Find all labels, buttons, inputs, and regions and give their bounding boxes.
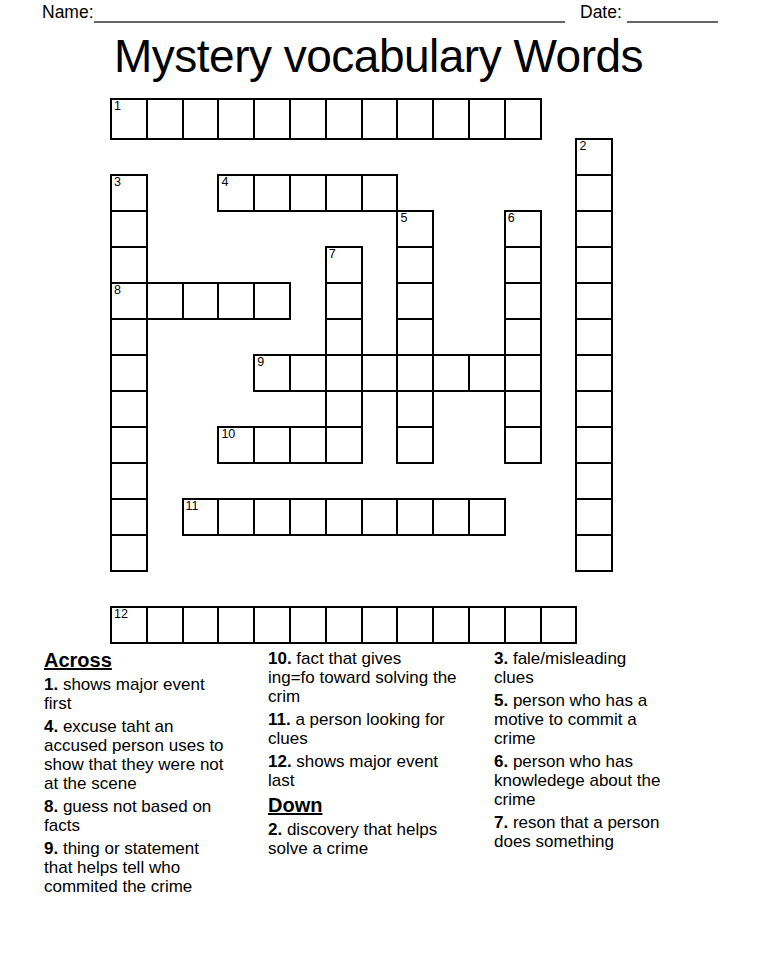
grid-cell-r5c8[interactable] xyxy=(396,282,434,320)
grid-cell-r14c7[interactable] xyxy=(361,606,399,644)
clue-4: 4. excuse taht an accused person uses to… xyxy=(44,717,270,793)
clue-number-10: 10 xyxy=(221,427,235,441)
grid-cell-r5c3[interactable] xyxy=(217,282,255,320)
grid-cell-r5c0[interactable]: 8 xyxy=(110,282,148,320)
grid-cell-r2c13[interactable] xyxy=(575,174,613,212)
grid-cell-r14c12[interactable] xyxy=(540,606,578,644)
grid-cell-r0c8[interactable] xyxy=(396,98,434,140)
grid-cell-r0c9[interactable] xyxy=(432,98,470,140)
clue-7-number: 7. xyxy=(494,813,508,832)
grid-cell-r7c11[interactable] xyxy=(504,354,542,392)
grid-cell-r3c11[interactable]: 6 xyxy=(504,210,542,248)
grid-cell-r14c1[interactable] xyxy=(146,606,184,644)
grid-cell-r7c13[interactable] xyxy=(575,354,613,392)
grid-cell-r6c6[interactable] xyxy=(325,318,363,356)
clue-10-number: 10. xyxy=(268,649,292,668)
grid-cell-r11c9[interactable] xyxy=(432,498,470,536)
clue-11-number: 11. xyxy=(268,710,291,729)
grid-cell-r3c13[interactable] xyxy=(575,210,613,248)
grid-cell-r9c3[interactable]: 10 xyxy=(217,426,255,464)
grid-cell-r9c0[interactable] xyxy=(110,426,148,464)
grid-cell-r0c5[interactable] xyxy=(289,98,327,140)
grid-cell-r4c11[interactable] xyxy=(504,246,542,284)
grid-cell-r11c2[interactable]: 11 xyxy=(182,498,220,536)
clue-number-7: 7 xyxy=(329,247,336,261)
clue-column-3: 3. fale/misleading clues5. person who ha… xyxy=(494,649,720,855)
grid-cell-r11c0[interactable] xyxy=(110,498,148,536)
grid-cell-r5c1[interactable] xyxy=(146,282,184,320)
grid-cell-r5c11[interactable] xyxy=(504,282,542,320)
grid-cell-r11c13[interactable] xyxy=(575,498,613,536)
clue-7: 7. reson that a person does something xyxy=(494,813,720,851)
grid-cell-r11c3[interactable] xyxy=(217,498,255,536)
grid-cell-r3c0[interactable] xyxy=(110,210,148,248)
grid-cell-r14c8[interactable] xyxy=(396,606,434,644)
grid-cell-r8c0[interactable] xyxy=(110,390,148,428)
clue-number-8: 8 xyxy=(114,283,121,297)
grid-cell-r14c11[interactable] xyxy=(504,606,542,644)
grid-cell-r0c2[interactable] xyxy=(182,98,220,140)
grid-cell-r0c1[interactable] xyxy=(146,98,184,140)
grid-cell-r0c4[interactable] xyxy=(253,98,291,140)
grid-cell-r14c3[interactable] xyxy=(217,606,255,644)
grid-cell-r2c7[interactable] xyxy=(361,174,399,212)
grid-cell-r12c0[interactable] xyxy=(110,534,148,572)
grid-cell-r7c8[interactable] xyxy=(396,354,434,392)
grid-cell-r9c13[interactable] xyxy=(575,426,613,464)
clue-column-1: Across1. shows major event first4. excus… xyxy=(44,649,270,900)
grid-cell-r0c0[interactable]: 1 xyxy=(110,98,148,140)
grid-cell-r0c11[interactable] xyxy=(504,98,542,140)
clue-5: 5. person who has a motive to commit a c… xyxy=(494,691,720,748)
grid-cell-r8c8[interactable] xyxy=(396,390,434,428)
grid-cell-r11c4[interactable] xyxy=(253,498,291,536)
grid-cell-r6c0[interactable] xyxy=(110,318,148,356)
grid-cell-r14c2[interactable] xyxy=(182,606,220,644)
clue-number-11: 11 xyxy=(186,499,199,513)
grid-cell-r0c6[interactable] xyxy=(325,98,363,140)
grid-cell-r7c9[interactable] xyxy=(432,354,470,392)
clue-9-number: 9. xyxy=(44,839,58,858)
grid-cell-r7c5[interactable] xyxy=(289,354,327,392)
grid-cell-r9c11[interactable] xyxy=(504,426,542,464)
grid-cell-r9c4[interactable] xyxy=(253,426,291,464)
grid-cell-r5c2[interactable] xyxy=(182,282,220,320)
clue-number-12: 12 xyxy=(114,607,128,621)
clue-11: 11. a person looking for clues xyxy=(268,710,494,748)
clues-heading-across: Across xyxy=(44,649,270,671)
clue-1: 1. shows major event first xyxy=(44,675,270,713)
grid-cell-r6c11[interactable] xyxy=(504,318,542,356)
grid-cell-r9c8[interactable] xyxy=(396,426,434,464)
grid-cell-r2c5[interactable] xyxy=(289,174,327,212)
clue-number-9: 9 xyxy=(257,355,264,369)
clue-12: 12. shows major event last xyxy=(268,752,494,790)
grid-cell-r2c4[interactable] xyxy=(253,174,291,212)
grid-cell-r11c7[interactable] xyxy=(361,498,399,536)
grid-cell-r11c10[interactable] xyxy=(468,498,506,536)
clue-5-number: 5. xyxy=(494,691,508,710)
clue-number-5: 5 xyxy=(400,211,407,225)
grid-cell-r2c3[interactable]: 4 xyxy=(217,174,255,212)
grid-cell-r5c4[interactable] xyxy=(253,282,291,320)
clue-number-3: 3 xyxy=(114,175,121,189)
clue-9: 9. thing or statement that helps tell wh… xyxy=(44,839,270,896)
grid-cell-r9c6[interactable] xyxy=(325,426,363,464)
clue-3-number: 3. xyxy=(494,649,508,668)
clue-6-number: 6. xyxy=(494,752,508,771)
grid-cell-r14c9[interactable] xyxy=(432,606,470,644)
grid-cell-r2c6[interactable] xyxy=(325,174,363,212)
grid-cell-r7c0[interactable] xyxy=(110,354,148,392)
grid-cell-r3c8[interactable]: 5 xyxy=(396,210,434,248)
grid-cell-r11c5[interactable] xyxy=(289,498,327,536)
clue-column-2: 10. fact that gives ing=fo toward solvin… xyxy=(268,649,494,862)
grid-cell-r6c13[interactable] xyxy=(575,318,613,356)
grid-cell-r0c10[interactable] xyxy=(468,98,506,140)
grid-cell-r7c4[interactable]: 9 xyxy=(253,354,291,392)
grid-cell-r14c4[interactable] xyxy=(253,606,291,644)
clue-6: 6. person who has knowledege about the c… xyxy=(494,752,720,809)
clue-12-number: 12. xyxy=(268,752,292,771)
clue-number-2: 2 xyxy=(579,139,586,153)
grid-cell-r1c13[interactable]: 2 xyxy=(575,138,613,176)
clue-number-6: 6 xyxy=(508,211,515,225)
grid-cell-r0c7[interactable] xyxy=(361,98,399,140)
grid-cell-r4c6[interactable]: 7 xyxy=(325,246,363,284)
grid-cell-r14c10[interactable] xyxy=(468,606,506,644)
grid-cell-r7c10[interactable] xyxy=(468,354,506,392)
clue-8: 8. guess not based on facts xyxy=(44,797,270,835)
grid-cell-r4c13[interactable] xyxy=(575,246,613,284)
grid-cell-r11c6[interactable] xyxy=(325,498,363,536)
grid-cell-r8c11[interactable] xyxy=(504,390,542,428)
clue-8-number: 8. xyxy=(44,797,58,816)
clue-4-number: 4. xyxy=(44,717,58,736)
grid-cell-r4c0[interactable] xyxy=(110,246,148,284)
clue-1-number: 1. xyxy=(44,675,58,694)
grid-cell-r7c6[interactable] xyxy=(325,354,363,392)
clue-3: 3. fale/misleading clues xyxy=(494,649,720,687)
grid-cell-r0c3[interactable] xyxy=(217,98,255,140)
grid-cell-r14c5[interactable] xyxy=(289,606,327,644)
grid-cell-r5c13[interactable] xyxy=(575,282,613,320)
grid-cell-r14c0[interactable]: 12 xyxy=(110,606,148,644)
grid-cell-r11c8[interactable] xyxy=(396,498,434,536)
clue-number-1: 1 xyxy=(114,99,121,113)
grid-cell-r2c0[interactable]: 3 xyxy=(110,174,148,212)
grid-cell-r5c6[interactable] xyxy=(325,282,363,320)
clue-2: 2. discovery that helps solve a crime xyxy=(268,820,494,858)
grid-cell-r14c6[interactable] xyxy=(325,606,363,644)
grid-cell-r4c8[interactable] xyxy=(396,246,434,284)
grid-cell-r8c6[interactable] xyxy=(325,390,363,428)
clue-2-number: 2. xyxy=(268,820,282,839)
clues-heading-down: Down xyxy=(268,794,494,816)
grid-cell-r7c7[interactable] xyxy=(361,354,399,392)
grid-cell-r10c0[interactable] xyxy=(110,462,148,500)
grid-cell-r12c13[interactable] xyxy=(575,534,613,572)
grid-cell-r8c13[interactable] xyxy=(575,390,613,428)
clue-number-4: 4 xyxy=(221,175,228,189)
grid-cell-r10c13[interactable] xyxy=(575,462,613,500)
grid-cell-r9c5[interactable] xyxy=(289,426,327,464)
clue-10: 10. fact that gives ing=fo toward solvin… xyxy=(268,649,494,706)
grid-cell-r6c8[interactable] xyxy=(396,318,434,356)
